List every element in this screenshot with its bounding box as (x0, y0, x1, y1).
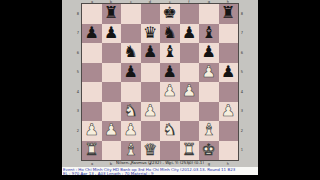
piece-black-knight: ♞ (163, 23, 177, 43)
file-label-top-h: h (227, 0, 229, 4)
square-g3 (199, 102, 219, 122)
rank-label-left-3: 3 (77, 109, 79, 113)
rank-label-left-7: 7 (77, 31, 79, 35)
square-a2: ♟ (82, 121, 102, 141)
square-b7: ♟ (102, 24, 122, 44)
square-c3: ♞ (121, 102, 141, 122)
file-label-top-c: c (130, 0, 132, 4)
rank-label-left-2: 2 (77, 129, 79, 133)
square-f3 (180, 102, 200, 122)
square-g8 (199, 4, 219, 24)
piece-white-pawn: ♟ (221, 101, 235, 121)
square-a3 (82, 102, 102, 122)
square-f5 (180, 63, 200, 83)
square-g5: ♟ (199, 63, 219, 83)
info-line: EL : 970 Apr 13 , A03 Length : 70 Materi… (63, 171, 258, 175)
piece-black-pawn: ♟ (182, 23, 196, 43)
square-b5 (102, 63, 122, 83)
square-c6: ♞ (121, 43, 141, 63)
square-g2: ♝ (199, 121, 219, 141)
square-d5 (141, 63, 161, 83)
square-a4 (82, 82, 102, 102)
square-d2 (141, 121, 161, 141)
square-b2: ♟ (102, 121, 122, 141)
piece-black-bishop: ♝ (202, 23, 216, 43)
square-d6: ♟ (141, 43, 161, 63)
square-e1 (160, 141, 180, 161)
rank-label-right-8: 8 (241, 12, 243, 16)
square-g7: ♝ (199, 24, 219, 44)
square-e5: ♟ (160, 63, 180, 83)
square-a1: ♜ (82, 141, 102, 161)
rank-label-left-6: 6 (77, 51, 79, 55)
piece-white-pawn: ♟ (124, 120, 138, 140)
square-e7: ♞ (160, 24, 180, 44)
square-h6 (219, 43, 239, 63)
piece-black-knight: ♞ (124, 42, 138, 62)
square-g4 (199, 82, 219, 102)
square-c8 (121, 4, 141, 24)
piece-white-pawn: ♟ (85, 120, 99, 140)
rank-label-left-1: 1 (77, 148, 79, 152)
piece-white-pawn: ♟ (163, 81, 177, 101)
rank-label-right-5: 5 (241, 70, 243, 74)
square-e4: ♟ (160, 82, 180, 102)
square-b6 (102, 43, 122, 63)
file-label-top-d: d (149, 0, 151, 4)
caption-band: Event : Ho Chi Minh City HD Bank op 3rd … (62, 167, 258, 175)
piece-black-pawn: ♟ (124, 62, 138, 82)
piece-white-rook: ♜ (85, 140, 99, 160)
square-d1: ♛ (141, 141, 161, 161)
square-b1 (102, 141, 122, 161)
piece-black-king: ♚ (163, 3, 177, 23)
square-e8: ♚ (160, 4, 180, 24)
piece-black-bishop: ♝ (163, 42, 177, 62)
rank-label-left-5: 5 (77, 70, 79, 74)
square-f6 (180, 43, 200, 63)
piece-black-pawn: ♟ (104, 23, 118, 43)
piece-white-pawn: ♟ (202, 62, 216, 82)
rank-label-left-8: 8 (77, 12, 79, 16)
square-h7 (219, 24, 239, 44)
square-d3: ♟ (141, 102, 161, 122)
square-c2: ♟ (121, 121, 141, 141)
piece-white-bishop: ♝ (124, 140, 138, 160)
square-f1: ♜ (180, 141, 200, 161)
piece-white-king: ♚ (202, 140, 216, 160)
rank-label-right-7: 7 (241, 31, 243, 35)
square-f8 (180, 4, 200, 24)
piece-black-rook: ♜ (221, 3, 235, 23)
rank-label-right-3: 3 (241, 109, 243, 113)
square-f7: ♟ (180, 24, 200, 44)
square-d4 (141, 82, 161, 102)
players-line: Nilsen, Rasmus (2232) - Wei, Yi (2530) (… (62, 160, 258, 165)
square-h4 (219, 82, 239, 102)
piece-white-pawn: ♟ (143, 101, 157, 121)
piece-white-pawn: ♟ (182, 81, 196, 101)
piece-white-bishop: ♝ (202, 120, 216, 140)
rank-label-right-2: 2 (241, 129, 243, 133)
file-label-top-g: g (208, 0, 210, 4)
square-h5: ♟ (219, 63, 239, 83)
square-c1: ♝ (121, 141, 141, 161)
piece-black-pawn: ♟ (85, 23, 99, 43)
square-c7 (121, 24, 141, 44)
rank-label-right-4: 4 (241, 90, 243, 94)
square-b4 (102, 82, 122, 102)
square-h8: ♜ (219, 4, 239, 24)
piece-black-pawn: ♟ (221, 62, 235, 82)
square-h2 (219, 121, 239, 141)
square-a7: ♟ (82, 24, 102, 44)
square-e6: ♝ (160, 43, 180, 63)
piece-white-knight: ♞ (163, 120, 177, 140)
rank-label-right-1: 1 (241, 148, 243, 152)
square-e2: ♞ (160, 121, 180, 141)
piece-black-queen: ♛ (143, 23, 157, 43)
file-label-top-a: a (91, 0, 93, 4)
square-g6: ♟ (199, 43, 219, 63)
piece-black-pawn: ♟ (163, 62, 177, 82)
chess-board: ♜♚♜♟♟♛♞♟♝♞♟♝♟♟♟♟♟♟♟♞♟♟♟♟♟♞♝♜♝♛♜♚ (81, 3, 239, 161)
chess-panel: ♜♚♜♟♟♛♞♟♝♞♟♝♟♟♟♟♟♟♟♞♟♟♟♟♟♞♝♜♝♛♜♚ aabbccd… (62, 0, 258, 167)
square-b3 (102, 102, 122, 122)
square-b8: ♜ (102, 4, 122, 24)
square-c5: ♟ (121, 63, 141, 83)
file-label-top-b: b (110, 0, 112, 4)
square-f2 (180, 121, 200, 141)
square-h1 (219, 141, 239, 161)
rank-label-left-4: 4 (77, 90, 79, 94)
square-f4: ♟ (180, 82, 200, 102)
piece-white-pawn: ♟ (104, 120, 118, 140)
piece-white-rook: ♜ (182, 140, 196, 160)
piece-white-knight: ♞ (124, 101, 138, 121)
square-g1: ♚ (199, 141, 219, 161)
file-label-top-f: f (189, 0, 190, 4)
rank-label-right-6: 6 (241, 51, 243, 55)
square-a6 (82, 43, 102, 63)
square-h3: ♟ (219, 102, 239, 122)
square-e3 (160, 102, 180, 122)
square-a8 (82, 4, 102, 24)
piece-black-pawn: ♟ (202, 42, 216, 62)
square-c4 (121, 82, 141, 102)
file-label-top-e: e (169, 0, 171, 4)
square-d7: ♛ (141, 24, 161, 44)
piece-black-rook: ♜ (104, 3, 118, 23)
piece-white-queen: ♛ (143, 140, 157, 160)
square-a5 (82, 63, 102, 83)
square-d8 (141, 4, 161, 24)
piece-black-pawn: ♟ (143, 42, 157, 62)
video-frame: ♜♚♜♟♟♛♞♟♝♞♟♝♟♟♟♟♟♟♟♞♟♟♟♟♟♞♝♜♝♛♜♚ aabbccd… (0, 0, 320, 180)
